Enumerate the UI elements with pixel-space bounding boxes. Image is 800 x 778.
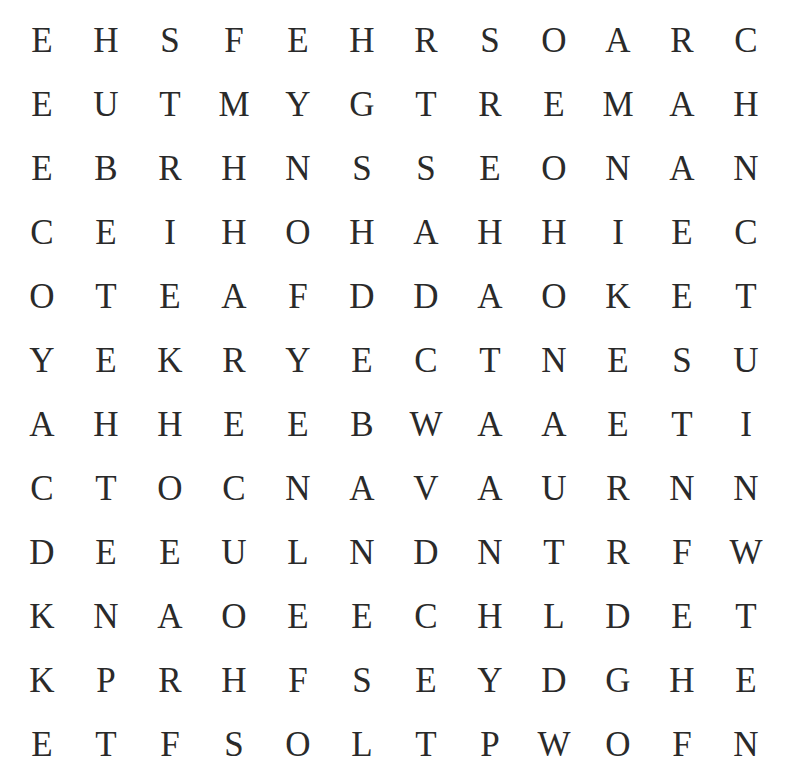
cell-r4c5[interactable]: O (266, 200, 330, 264)
cell-r7c12[interactable]: I (714, 392, 778, 456)
cell-r8c11[interactable]: N (650, 456, 714, 520)
cell-r5c2[interactable]: T (74, 264, 138, 328)
cell-r10c2[interactable]: N (74, 584, 138, 648)
cell-r10c8[interactable]: H (458, 584, 522, 648)
cell-r10c6[interactable]: E (330, 584, 394, 648)
cell-r5c4[interactable]: A (202, 264, 266, 328)
cell-r3c3[interactable]: R (138, 136, 202, 200)
cell-r3c1[interactable]: E (10, 136, 74, 200)
cell-r6c2[interactable]: E (74, 328, 138, 392)
cell-r2c4[interactable]: M (202, 72, 266, 136)
cell-r10c7[interactable]: C (394, 584, 458, 648)
cell-r3c12[interactable]: N (714, 136, 778, 200)
cell-r1c8[interactable]: S (458, 8, 522, 72)
cell-r3c10[interactable]: N (586, 136, 650, 200)
cell-r12c7[interactable]: T (394, 712, 458, 776)
cell-r12c6[interactable]: L (330, 712, 394, 776)
cell-r2c5[interactable]: Y (266, 72, 330, 136)
cell-r3c4[interactable]: H (202, 136, 266, 200)
cell-r4c8[interactable]: H (458, 200, 522, 264)
cell-r12c8[interactable]: P (458, 712, 522, 776)
cell-r9c9[interactable]: T (522, 520, 586, 584)
cell-r4c2[interactable]: E (74, 200, 138, 264)
cell-r2c2[interactable]: U (74, 72, 138, 136)
cell-r5c10[interactable]: K (586, 264, 650, 328)
cell-r5c3[interactable]: E (138, 264, 202, 328)
cell-r7c1[interactable]: A (10, 392, 74, 456)
cell-r4c6[interactable]: H (330, 200, 394, 264)
cell-r12c5[interactable]: O (266, 712, 330, 776)
cell-r11c1[interactable]: K (10, 648, 74, 712)
cell-r6c9[interactable]: N (522, 328, 586, 392)
cell-r6c8[interactable]: T (458, 328, 522, 392)
cell-r2c8[interactable]: R (458, 72, 522, 136)
cell-r1c3[interactable]: S (138, 8, 202, 72)
cell-r4c1[interactable]: C (10, 200, 74, 264)
cell-r2c9[interactable]: E (522, 72, 586, 136)
cell-r1c5[interactable]: E (266, 8, 330, 72)
cell-r8c7[interactable]: V (394, 456, 458, 520)
cell-r9c12[interactable]: W (714, 520, 778, 584)
cell-r2c11[interactable]: A (650, 72, 714, 136)
cell-r1c12[interactable]: C (714, 8, 778, 72)
cell-r11c6[interactable]: S (330, 648, 394, 712)
cell-r2c1[interactable]: E (10, 72, 74, 136)
cell-r10c11[interactable]: E (650, 584, 714, 648)
cell-r5c9[interactable]: O (522, 264, 586, 328)
cell-r6c6[interactable]: E (330, 328, 394, 392)
cell-r7c11[interactable]: T (650, 392, 714, 456)
cell-r12c10[interactable]: O (586, 712, 650, 776)
cell-r7c7[interactable]: W (394, 392, 458, 456)
cell-r12c9[interactable]: W (522, 712, 586, 776)
cell-r10c10[interactable]: D (586, 584, 650, 648)
cell-r9c7[interactable]: D (394, 520, 458, 584)
cell-r10c12[interactable]: T (714, 584, 778, 648)
cell-r7c8[interactable]: A (458, 392, 522, 456)
cell-r6c11[interactable]: S (650, 328, 714, 392)
cell-r1c4[interactable]: F (202, 8, 266, 72)
cell-r10c5[interactable]: E (266, 584, 330, 648)
cell-r7c9[interactable]: A (522, 392, 586, 456)
cell-r9c10[interactable]: R (586, 520, 650, 584)
cell-r7c4[interactable]: E (202, 392, 266, 456)
cell-r8c6[interactable]: A (330, 456, 394, 520)
cell-r12c4[interactable]: S (202, 712, 266, 776)
cell-r3c7[interactable]: S (394, 136, 458, 200)
cell-r5c5[interactable]: F (266, 264, 330, 328)
cell-r6c5[interactable]: Y (266, 328, 330, 392)
cell-r5c1[interactable]: O (10, 264, 74, 328)
cell-r9c8[interactable]: N (458, 520, 522, 584)
cell-r2c7[interactable]: T (394, 72, 458, 136)
cell-r11c10[interactable]: G (586, 648, 650, 712)
cell-r11c3[interactable]: R (138, 648, 202, 712)
cell-r12c2[interactable]: T (74, 712, 138, 776)
cell-r6c7[interactable]: C (394, 328, 458, 392)
cell-r4c7[interactable]: A (394, 200, 458, 264)
cell-r9c11[interactable]: F (650, 520, 714, 584)
cell-r9c1[interactable]: D (10, 520, 74, 584)
cell-r6c1[interactable]: Y (10, 328, 74, 392)
cell-r3c6[interactable]: S (330, 136, 394, 200)
cell-r1c6[interactable]: H (330, 8, 394, 72)
cell-r11c11[interactable]: H (650, 648, 714, 712)
cell-r8c10[interactable]: R (586, 456, 650, 520)
cell-r7c5[interactable]: E (266, 392, 330, 456)
cell-r11c8[interactable]: Y (458, 648, 522, 712)
cell-r1c1[interactable]: E (10, 8, 74, 72)
cell-r6c4[interactable]: R (202, 328, 266, 392)
cell-r10c4[interactable]: O (202, 584, 266, 648)
cell-r9c3[interactable]: E (138, 520, 202, 584)
cell-r8c5[interactable]: N (266, 456, 330, 520)
cell-r12c3[interactable]: F (138, 712, 202, 776)
cell-r4c9[interactable]: H (522, 200, 586, 264)
cell-r3c8[interactable]: E (458, 136, 522, 200)
cell-r5c8[interactable]: A (458, 264, 522, 328)
cell-r11c12[interactable]: E (714, 648, 778, 712)
cell-r3c2[interactable]: B (74, 136, 138, 200)
cell-r11c4[interactable]: H (202, 648, 266, 712)
cell-r7c3[interactable]: H (138, 392, 202, 456)
cell-r5c7[interactable]: D (394, 264, 458, 328)
cell-r8c1[interactable]: C (10, 456, 74, 520)
cell-r10c9[interactable]: L (522, 584, 586, 648)
cell-r4c10[interactable]: I (586, 200, 650, 264)
cell-r12c12[interactable]: N (714, 712, 778, 776)
cell-r1c2[interactable]: H (74, 8, 138, 72)
cell-r6c10[interactable]: E (586, 328, 650, 392)
cell-r2c12[interactable]: H (714, 72, 778, 136)
cell-r11c2[interactable]: P (74, 648, 138, 712)
cell-r1c9[interactable]: O (522, 8, 586, 72)
cell-r10c1[interactable]: K (10, 584, 74, 648)
cell-r7c6[interactable]: B (330, 392, 394, 456)
cell-r2c6[interactable]: G (330, 72, 394, 136)
cell-r8c12[interactable]: N (714, 456, 778, 520)
cell-r7c10[interactable]: E (586, 392, 650, 456)
cell-r6c3[interactable]: K (138, 328, 202, 392)
cell-r11c7[interactable]: E (394, 648, 458, 712)
cell-r1c11[interactable]: R (650, 8, 714, 72)
cell-r4c12[interactable]: C (714, 200, 778, 264)
cell-r8c4[interactable]: C (202, 456, 266, 520)
cell-r3c11[interactable]: A (650, 136, 714, 200)
cell-r3c9[interactable]: O (522, 136, 586, 200)
cell-r1c10[interactable]: A (586, 8, 650, 72)
cell-r1c7[interactable]: R (394, 8, 458, 72)
cell-r2c3[interactable]: T (138, 72, 202, 136)
cell-r3c5[interactable]: N (266, 136, 330, 200)
cell-r5c11[interactable]: E (650, 264, 714, 328)
cell-r10c3[interactable]: A (138, 584, 202, 648)
cell-r12c1[interactable]: E (10, 712, 74, 776)
cell-r8c2[interactable]: T (74, 456, 138, 520)
cell-r6c12[interactable]: U (714, 328, 778, 392)
cell-r8c8[interactable]: A (458, 456, 522, 520)
cell-r9c2[interactable]: E (74, 520, 138, 584)
cell-r12c11[interactable]: F (650, 712, 714, 776)
cell-r2c10[interactable]: M (586, 72, 650, 136)
cell-r4c11[interactable]: E (650, 200, 714, 264)
cell-r9c5[interactable]: L (266, 520, 330, 584)
word-search-board: EHSFEHRSOARCEUTMYGTREMAHEBRHNSSEONANCEIH… (10, 8, 778, 776)
cell-r8c9[interactable]: U (522, 456, 586, 520)
cell-r9c6[interactable]: N (330, 520, 394, 584)
cell-r4c3[interactable]: I (138, 200, 202, 264)
cell-r5c12[interactable]: T (714, 264, 778, 328)
cell-r9c4[interactable]: U (202, 520, 266, 584)
cell-r7c2[interactable]: H (74, 392, 138, 456)
cell-r8c3[interactable]: O (138, 456, 202, 520)
cell-r11c9[interactable]: D (522, 648, 586, 712)
word-search-page: { "game": "word-search", "grid_size": { … (0, 0, 800, 778)
cell-r11c5[interactable]: F (266, 648, 330, 712)
cell-r4c4[interactable]: H (202, 200, 266, 264)
cell-r5c6[interactable]: D (330, 264, 394, 328)
